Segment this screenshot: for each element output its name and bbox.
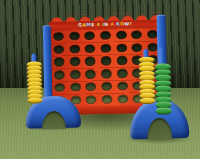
empty-hole	[101, 69, 112, 79]
empty-hole	[100, 56, 111, 66]
board-cell	[99, 80, 115, 93]
empty-hole	[85, 44, 96, 54]
board-cell	[52, 81, 68, 94]
empty-hole	[54, 57, 65, 67]
board-cell	[51, 55, 67, 68]
yellow-disc-ring	[139, 98, 155, 104]
empty-hole	[101, 82, 112, 92]
empty-hole	[116, 56, 127, 66]
empty-hole	[70, 82, 81, 92]
board-cell	[98, 42, 114, 55]
board-cell	[99, 93, 115, 106]
banner-letter: !	[130, 22, 133, 27]
board-cell	[113, 41, 129, 54]
empty-hole	[131, 30, 142, 40]
board-cell	[52, 68, 68, 81]
board-cell	[68, 81, 84, 94]
board-cell	[67, 68, 83, 81]
board-cell	[114, 80, 130, 93]
board-cell	[114, 54, 130, 67]
empty-hole	[85, 69, 96, 79]
empty-hole	[53, 44, 64, 54]
board-cell	[82, 29, 98, 42]
empty-hole	[85, 82, 96, 92]
board-cell	[83, 55, 99, 68]
empty-hole	[54, 70, 65, 80]
empty-hole	[69, 31, 80, 41]
empty-hole	[54, 83, 65, 93]
board-cell	[83, 68, 99, 81]
yellow-disc-stack-left	[27, 62, 43, 102]
board-cell	[51, 43, 67, 56]
empty-hole	[117, 81, 128, 91]
left-foot-arch	[41, 111, 66, 129]
green-disc-ring	[156, 107, 172, 114]
empty-hole	[100, 30, 111, 40]
empty-hole	[115, 30, 126, 40]
board-cell	[98, 67, 114, 80]
empty-hole	[86, 95, 97, 105]
green-disc-stack	[155, 64, 172, 113]
empty-hole	[85, 56, 96, 66]
connect-four-set: GAME 4 IN A ROW!	[0, 0, 200, 159]
empty-hole	[100, 43, 111, 53]
yellow-disc-ring	[27, 98, 42, 104]
empty-hole	[101, 95, 112, 105]
empty-hole	[53, 32, 64, 42]
empty-hole	[117, 94, 128, 104]
empty-hole	[84, 31, 95, 41]
empty-hole	[131, 43, 142, 53]
board-cell	[83, 80, 99, 93]
board-cell	[114, 67, 130, 80]
board-cell	[115, 92, 131, 105]
board-cell	[67, 42, 83, 55]
board-cell	[113, 28, 129, 41]
empty-hole	[116, 43, 127, 53]
garden-photo: GAME 4 IN A ROW!	[0, 0, 200, 159]
empty-hole	[116, 69, 127, 79]
empty-hole	[70, 70, 81, 80]
board-cell	[83, 93, 99, 106]
empty-hole	[69, 57, 80, 67]
board-cell	[98, 29, 114, 42]
yellow-disc-stack-right	[139, 58, 156, 103]
board-cell	[129, 28, 145, 41]
board-cell	[51, 30, 67, 43]
board-cell	[66, 29, 82, 42]
board-cell	[98, 54, 114, 67]
board-cell	[82, 42, 98, 55]
empty-hole	[69, 44, 80, 54]
right-foot-arch	[146, 118, 172, 140]
board-cell	[67, 55, 83, 68]
